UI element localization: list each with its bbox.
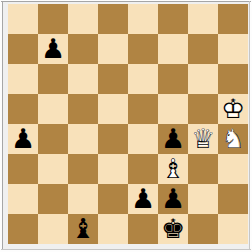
square-c3[interactable] (68, 154, 98, 184)
square-a7[interactable] (8, 34, 38, 64)
white-piece-outline: ♕ (188, 124, 218, 154)
square-g2[interactable] (188, 184, 218, 214)
black-piece-fill: ♟ (8, 124, 38, 154)
square-g4[interactable]: ♛♕ (188, 124, 218, 154)
black-pawn-piece[interactable]: ♟ (128, 184, 158, 214)
square-b4[interactable] (38, 124, 68, 154)
black-piece-fill: ♚ (158, 214, 188, 244)
square-c8[interactable] (68, 4, 98, 34)
square-d3[interactable] (98, 154, 128, 184)
square-b3[interactable] (38, 154, 68, 184)
square-d2[interactable] (98, 184, 128, 214)
square-f7[interactable] (158, 34, 188, 64)
square-g1[interactable] (188, 214, 218, 244)
square-f2[interactable]: ♟ (158, 184, 188, 214)
square-c2[interactable] (68, 184, 98, 214)
square-b8[interactable] (38, 4, 68, 34)
black-pawn-piece[interactable]: ♟ (158, 184, 188, 214)
square-g8[interactable] (188, 4, 218, 34)
square-b5[interactable] (38, 94, 68, 124)
white-queen-piece[interactable]: ♛♕ (188, 124, 218, 154)
square-d5[interactable] (98, 94, 128, 124)
square-h7[interactable] (218, 34, 248, 64)
square-e7[interactable] (128, 34, 158, 64)
white-piece-outline: ♗ (158, 154, 188, 184)
black-piece-fill: ♟ (38, 34, 68, 64)
square-h3[interactable] (218, 154, 248, 184)
black-piece-fill: ♟ (158, 184, 188, 214)
square-h5[interactable]: ♚♔ (218, 94, 248, 124)
square-e2[interactable]: ♟ (128, 184, 158, 214)
square-a5[interactable] (8, 94, 38, 124)
white-knight-piece[interactable]: ♞♘ (218, 124, 248, 154)
square-f3[interactable]: ♝♗ (158, 154, 188, 184)
white-piece-outline: ♔ (218, 94, 248, 124)
square-g5[interactable] (188, 94, 218, 124)
square-h1[interactable] (218, 214, 248, 244)
black-bishop-piece[interactable]: ♝ (68, 214, 98, 244)
square-g3[interactable] (188, 154, 218, 184)
square-h6[interactable] (218, 64, 248, 94)
square-e5[interactable] (128, 94, 158, 124)
square-c7[interactable] (68, 34, 98, 64)
chess-board-window: ♟♚♔♟♟♛♕♞♘♝♗♟♟♝♚ (0, 0, 252, 252)
square-c4[interactable] (68, 124, 98, 154)
chess-board: ♟♚♔♟♟♛♕♞♘♝♗♟♟♝♚ (8, 4, 248, 244)
square-f8[interactable] (158, 4, 188, 34)
window-frame-bevel-right (249, 1, 250, 250)
square-f5[interactable] (158, 94, 188, 124)
square-f1[interactable]: ♚ (158, 214, 188, 244)
square-b2[interactable] (38, 184, 68, 214)
square-e3[interactable] (128, 154, 158, 184)
square-c5[interactable] (68, 94, 98, 124)
square-h8[interactable] (218, 4, 248, 34)
square-d6[interactable] (98, 64, 128, 94)
black-pawn-piece[interactable]: ♟ (8, 124, 38, 154)
black-piece-fill: ♝ (68, 214, 98, 244)
black-king-piece[interactable]: ♚ (158, 214, 188, 244)
square-e6[interactable] (128, 64, 158, 94)
square-h4[interactable]: ♞♘ (218, 124, 248, 154)
square-e1[interactable] (128, 214, 158, 244)
square-b6[interactable] (38, 64, 68, 94)
square-a6[interactable] (8, 64, 38, 94)
black-piece-fill: ♟ (158, 124, 188, 154)
square-d8[interactable] (98, 4, 128, 34)
square-a2[interactable] (8, 184, 38, 214)
window-frame-bevel-bottom (1, 249, 251, 250)
square-f4[interactable]: ♟ (158, 124, 188, 154)
square-b1[interactable] (38, 214, 68, 244)
square-a3[interactable] (8, 154, 38, 184)
square-f6[interactable] (158, 64, 188, 94)
square-g6[interactable] (188, 64, 218, 94)
square-h2[interactable] (218, 184, 248, 214)
black-pawn-piece[interactable]: ♟ (158, 124, 188, 154)
white-bishop-piece[interactable]: ♝♗ (158, 154, 188, 184)
square-d1[interactable] (98, 214, 128, 244)
square-e4[interactable] (128, 124, 158, 154)
square-b7[interactable]: ♟ (38, 34, 68, 64)
square-d4[interactable] (98, 124, 128, 154)
black-piece-fill: ♟ (128, 184, 158, 214)
square-c6[interactable] (68, 64, 98, 94)
white-piece-outline: ♘ (218, 124, 248, 154)
white-king-piece[interactable]: ♚♔ (218, 94, 248, 124)
square-e8[interactable] (128, 4, 158, 34)
square-a4[interactable]: ♟ (8, 124, 38, 154)
square-g7[interactable] (188, 34, 218, 64)
square-a1[interactable] (8, 214, 38, 244)
square-d7[interactable] (98, 34, 128, 64)
black-pawn-piece[interactable]: ♟ (38, 34, 68, 64)
square-c1[interactable]: ♝ (68, 214, 98, 244)
square-a8[interactable] (8, 4, 38, 34)
